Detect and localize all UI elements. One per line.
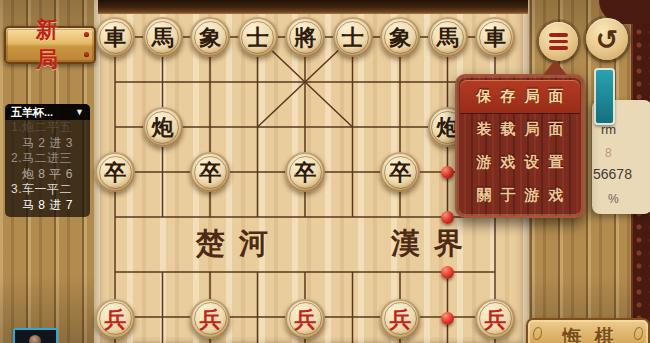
move-hint-dot[interactable] — [441, 266, 454, 279]
undo-move-label: 悔棋 — [550, 324, 627, 343]
game-menu-popup: 保存局面装载局面游戏设置關于游戏 — [455, 74, 585, 218]
move-row[interactable]: 1.炮二平五 — [5, 120, 90, 136]
move-list-panel: 五羊杯... ▼ 1.炮二平五马 2 进 32.马二进三炮 8 平 63.车一平… — [5, 104, 90, 217]
plaque-ornament — [634, 327, 643, 340]
undo-button[interactable]: ↺ — [586, 18, 628, 60]
hamburger-icon — [549, 46, 568, 50]
piece-black-f9r0[interactable]: 車 — [475, 17, 515, 57]
piece-black-f1r0[interactable]: 車 — [95, 17, 135, 57]
piece-black-f3r0[interactable]: 象 — [190, 17, 230, 57]
piece-black-f5r0[interactable]: 將 — [285, 17, 325, 57]
button-stud — [84, 32, 89, 37]
popup-pointer — [543, 60, 567, 75]
piece-black-f1r3[interactable]: 卒 — [95, 152, 135, 192]
piece-black-f5r3[interactable]: 卒 — [285, 152, 325, 192]
move-row[interactable]: 2.马二进三 — [5, 151, 90, 167]
new-game-button[interactable]: 新局 — [4, 26, 96, 64]
avatar-photo — [29, 335, 41, 343]
undo-icon: ↺ — [596, 26, 619, 53]
xiangqi-app-screen: 楚河 漢界 車馬象士將士象馬車炮炮卒卒卒卒卒兵兵兵兵兵 新局 五羊杯... ▼ … — [0, 0, 650, 343]
move-list-header[interactable]: 五羊杯... ▼ — [5, 104, 90, 120]
move-rows: 1.炮二平五马 2 进 32.马二进三炮 8 平 63.车一平二马 8 进 7 — [5, 120, 90, 213]
board-top-rim — [98, 0, 528, 14]
piece-red-f7r6[interactable]: 兵 — [380, 299, 420, 339]
menu-item[interactable]: 游戏设置 — [460, 146, 580, 179]
piece-black-f8r0[interactable]: 馬 — [428, 17, 468, 57]
piece-black-f7r3[interactable]: 卒 — [380, 152, 420, 192]
plaque-ornament — [533, 327, 542, 340]
menu-item[interactable]: 装载局面 — [460, 113, 580, 146]
undo-move-plaque[interactable]: 悔棋 — [526, 318, 650, 343]
move-row[interactable]: 3.车一平二 — [5, 182, 90, 198]
piece-red-f1r6[interactable]: 兵 — [95, 299, 135, 339]
move-row[interactable]: 马 2 进 3 — [5, 136, 90, 152]
move-hint-dot[interactable] — [441, 312, 454, 325]
piece-black-f7r0[interactable]: 象 — [380, 17, 420, 57]
hamburger-icon — [549, 40, 568, 44]
piece-black-f4r0[interactable]: 士 — [238, 17, 278, 57]
piece-red-f9r6[interactable]: 兵 — [475, 299, 515, 339]
move-hint-dot[interactable] — [441, 166, 454, 179]
menu-item[interactable]: 關于游戏 — [460, 179, 580, 212]
hamburger-icon — [549, 33, 568, 37]
info-fragment: 8 — [605, 146, 612, 160]
game-record-title: 五羊杯... — [11, 105, 53, 120]
piece-black-f2r2[interactable]: 炮 — [143, 107, 183, 147]
chevron-down-icon[interactable]: ▼ — [75, 107, 84, 117]
move-row[interactable]: 炮 8 平 6 — [5, 167, 90, 183]
move-hint-dot[interactable] — [441, 211, 454, 224]
player-avatar[interactable] — [13, 328, 58, 343]
piece-black-f3r3[interactable]: 卒 — [190, 152, 230, 192]
move-row[interactable]: 马 8 进 7 — [5, 198, 90, 214]
piece-black-f6r0[interactable]: 士 — [333, 17, 373, 57]
piece-black-f2r0[interactable]: 馬 — [143, 17, 183, 57]
info-fragment: 56678 — [593, 166, 632, 182]
side-tab-button[interactable] — [594, 68, 615, 125]
piece-red-f5r6[interactable]: 兵 — [285, 299, 325, 339]
menu-item[interactable]: 保存局面 — [460, 80, 580, 113]
button-stud — [84, 52, 89, 57]
info-fragment: % — [608, 192, 619, 206]
piece-red-f3r6[interactable]: 兵 — [190, 299, 230, 339]
menu-button[interactable] — [539, 22, 578, 61]
